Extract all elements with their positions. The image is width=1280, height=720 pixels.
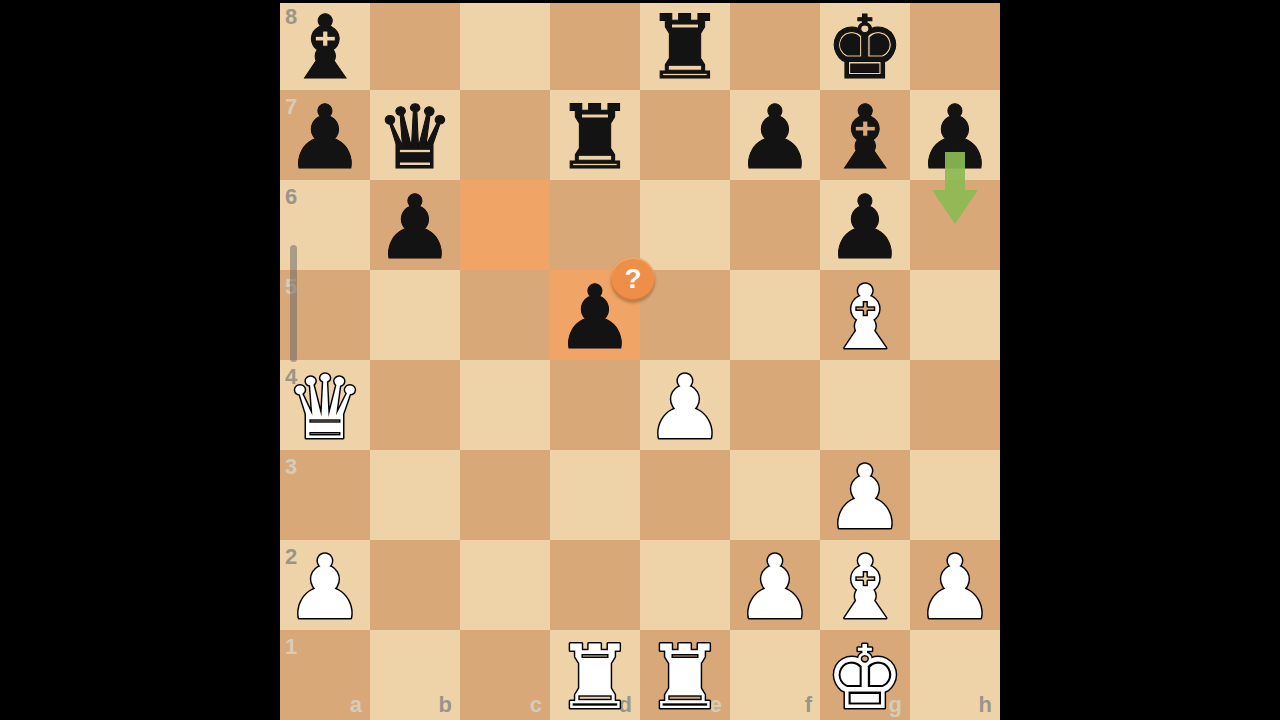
square-f1[interactable]: f: [730, 630, 820, 720]
square-h7[interactable]: ♟: [910, 90, 1000, 180]
square-g1[interactable]: g♚: [820, 630, 910, 720]
piece-black-rook-e8[interactable]: ♜: [640, 0, 730, 90]
square-g6[interactable]: ♟: [820, 180, 910, 270]
svg-text:♛: ♛: [376, 86, 455, 189]
square-c1[interactable]: c: [460, 630, 550, 720]
square-d7[interactable]: ♜: [550, 90, 640, 180]
square-d3[interactable]: [550, 450, 640, 540]
file-label-h: h: [979, 694, 992, 716]
piece-black-pawn-b6[interactable]: ♟: [370, 180, 460, 270]
square-a2[interactable]: 2♟: [280, 540, 370, 630]
piece-black-bishop-g7[interactable]: ♝: [820, 90, 910, 180]
square-h4[interactable]: [910, 360, 1000, 450]
rank-label-3: 3: [285, 456, 297, 478]
svg-text:♝: ♝: [826, 86, 905, 189]
square-b8[interactable]: [370, 0, 460, 90]
svg-text:♟: ♟: [826, 446, 905, 549]
piece-white-bishop-g5[interactable]: ♝: [820, 270, 910, 360]
square-h1[interactable]: h: [910, 630, 1000, 720]
piece-black-rook-d7[interactable]: ♜: [550, 90, 640, 180]
svg-text:♜: ♜: [646, 626, 725, 720]
rank-label-6: 6: [285, 186, 297, 208]
piece-black-pawn-f7[interactable]: ♟: [730, 90, 820, 180]
svg-text:♛: ♛: [286, 356, 365, 459]
svg-text:♜: ♜: [646, 0, 725, 99]
square-f7[interactable]: ♟: [730, 90, 820, 180]
video-frame: { "game": "chess", "position": { "fen": …: [0, 0, 1280, 720]
svg-text:♝: ♝: [826, 266, 905, 369]
svg-text:♟: ♟: [736, 536, 815, 639]
square-f6[interactable]: [730, 180, 820, 270]
svg-text:♝: ♝: [826, 536, 905, 639]
svg-text:♟: ♟: [286, 536, 365, 639]
svg-text:♚: ♚: [826, 0, 905, 99]
svg-text:♟: ♟: [286, 86, 365, 189]
file-label-f: f: [805, 694, 812, 716]
square-d2[interactable]: [550, 540, 640, 630]
piece-black-bishop-a8[interactable]: ♝: [280, 0, 370, 90]
file-label-b: b: [439, 694, 452, 716]
square-b4[interactable]: [370, 360, 460, 450]
board-stage: 8♝♜♚7♟♛♜♟♝♟6♟♟5♟♝4♛♟3♟2♟♟♝♟1abcd♜e♜fg♚h …: [280, 0, 1000, 720]
vertical-indicator-bar: [290, 245, 297, 362]
rank-label-1: 1: [285, 636, 297, 658]
square-f2[interactable]: ♟: [730, 540, 820, 630]
square-d4[interactable]: [550, 360, 640, 450]
square-d1[interactable]: d♜: [550, 630, 640, 720]
square-h2[interactable]: ♟: [910, 540, 1000, 630]
square-f3[interactable]: [730, 450, 820, 540]
piece-white-rook-d1[interactable]: ♜: [550, 630, 640, 720]
square-c5[interactable]: [460, 270, 550, 360]
square-e1[interactable]: e♜: [640, 630, 730, 720]
square-c6[interactable]: [460, 180, 550, 270]
square-a7[interactable]: 7♟: [280, 90, 370, 180]
svg-text:♝: ♝: [286, 0, 365, 99]
square-e8[interactable]: ♜: [640, 0, 730, 90]
piece-black-king-g8[interactable]: ♚: [820, 0, 910, 90]
square-c7[interactable]: [460, 90, 550, 180]
piece-white-bishop-g2[interactable]: ♝: [820, 540, 910, 630]
square-e3[interactable]: [640, 450, 730, 540]
square-f8[interactable]: [730, 0, 820, 90]
piece-white-pawn-e4[interactable]: ♟: [640, 360, 730, 450]
piece-white-pawn-f2[interactable]: ♟: [730, 540, 820, 630]
svg-text:♜: ♜: [556, 86, 635, 189]
board-top-edge: [280, 0, 1000, 3]
square-e7[interactable]: [640, 90, 730, 180]
square-b7[interactable]: ♛: [370, 90, 460, 180]
square-a8[interactable]: 8♝: [280, 0, 370, 90]
piece-white-rook-e1[interactable]: ♜: [640, 630, 730, 720]
square-f4[interactable]: [730, 360, 820, 450]
svg-text:♟: ♟: [826, 176, 905, 279]
piece-white-pawn-h2[interactable]: ♟: [910, 540, 1000, 630]
piece-black-queen-b7[interactable]: ♛: [370, 90, 460, 180]
square-g2[interactable]: ♝: [820, 540, 910, 630]
piece-black-pawn-g6[interactable]: ♟: [820, 180, 910, 270]
square-g3[interactable]: ♟: [820, 450, 910, 540]
piece-black-pawn-h7[interactable]: ♟: [910, 90, 1000, 180]
chess-board[interactable]: 8♝♜♚7♟♛♜♟♝♟6♟♟5♟♝4♛♟3♟2♟♟♝♟1abcd♜e♜fg♚h: [280, 0, 1000, 720]
svg-text:♜: ♜: [556, 626, 635, 720]
square-g4[interactable]: [820, 360, 910, 450]
svg-text:♟: ♟: [646, 356, 725, 459]
square-e2[interactable]: [640, 540, 730, 630]
square-c8[interactable]: [460, 0, 550, 90]
square-d8[interactable]: [550, 0, 640, 90]
square-b2[interactable]: [370, 540, 460, 630]
square-h8[interactable]: [910, 0, 1000, 90]
svg-text:♚: ♚: [826, 626, 905, 720]
piece-white-queen-a4[interactable]: ♛: [280, 360, 370, 450]
square-g7[interactable]: ♝: [820, 90, 910, 180]
square-a4[interactable]: 4♛: [280, 360, 370, 450]
piece-white-pawn-g3[interactable]: ♟: [820, 450, 910, 540]
svg-text:♟: ♟: [916, 86, 995, 189]
square-c2[interactable]: [460, 540, 550, 630]
square-b6[interactable]: ♟: [370, 180, 460, 270]
square-e6[interactable]: [640, 180, 730, 270]
svg-text:♟: ♟: [736, 86, 815, 189]
square-b5[interactable]: [370, 270, 460, 360]
mistake-badge: ?: [611, 257, 655, 301]
square-d6[interactable]: [550, 180, 640, 270]
piece-black-pawn-a7[interactable]: ♟: [280, 90, 370, 180]
piece-white-pawn-a2[interactable]: ♟: [280, 540, 370, 630]
square-g8[interactable]: ♚: [820, 0, 910, 90]
square-c4[interactable]: [460, 360, 550, 450]
svg-text:♟: ♟: [916, 536, 995, 639]
svg-text:♟: ♟: [376, 176, 455, 279]
square-a1[interactable]: 1a: [280, 630, 370, 720]
square-a3[interactable]: 3: [280, 450, 370, 540]
square-b3[interactable]: [370, 450, 460, 540]
square-h6[interactable]: [910, 180, 1000, 270]
file-label-a: a: [350, 694, 362, 716]
piece-white-king-g1[interactable]: ♚: [820, 630, 910, 720]
mistake-badge-symbol: ?: [624, 265, 641, 293]
square-c3[interactable]: [460, 450, 550, 540]
square-g5[interactable]: ♝: [820, 270, 910, 360]
square-f5[interactable]: [730, 270, 820, 360]
square-h3[interactable]: [910, 450, 1000, 540]
square-b1[interactable]: b: [370, 630, 460, 720]
square-e4[interactable]: ♟: [640, 360, 730, 450]
square-h5[interactable]: [910, 270, 1000, 360]
file-label-c: c: [530, 694, 542, 716]
